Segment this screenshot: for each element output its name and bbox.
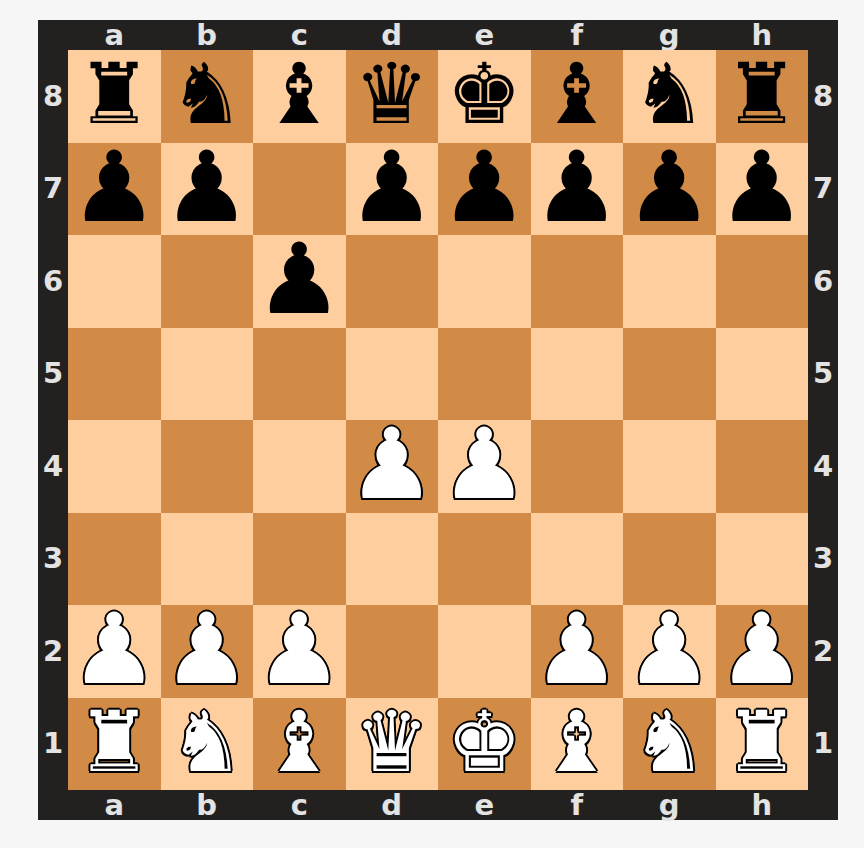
rank-label-1-right: 1 <box>808 698 838 791</box>
rank-label-2-left: 2 <box>38 605 68 698</box>
black-pawn[interactable]: ♟ <box>718 143 806 234</box>
square-e3[interactable] <box>438 513 531 606</box>
square-c1[interactable]: ♝ <box>253 698 346 791</box>
square-h5[interactable] <box>716 328 809 421</box>
chess-board: abcdefgh8♜♞♝♛♚♝♞♜87♟♟♟♟♟♟♟76♟6554♟♟4332♟… <box>38 20 838 820</box>
rank-label-3-left: 3 <box>38 513 68 606</box>
black-pawn[interactable]: ♟ <box>163 143 251 234</box>
black-knight[interactable]: ♞ <box>632 50 707 141</box>
square-g7[interactable]: ♟ <box>623 143 716 236</box>
file-label-a-top: a <box>68 20 161 50</box>
page-background: abcdefgh8♜♞♝♛♚♝♞♜87♟♟♟♟♟♟♟76♟6554♟♟4332♟… <box>0 0 864 848</box>
square-e6[interactable] <box>438 235 531 328</box>
white-knight[interactable]: ♞ <box>169 698 244 789</box>
square-b5[interactable] <box>161 328 254 421</box>
rank-label-8-left: 8 <box>38 50 68 143</box>
white-bishop[interactable]: ♝ <box>262 698 337 789</box>
file-label-d-top: d <box>346 20 439 50</box>
rank-label-7-right: 7 <box>808 143 838 236</box>
file-label-e-top: e <box>438 20 531 50</box>
black-bishop[interactable]: ♝ <box>539 50 614 141</box>
white-pawn[interactable]: ♟ <box>348 420 436 511</box>
file-label-c-top: c <box>253 20 346 50</box>
rank-label-6-left: 6 <box>38 235 68 328</box>
file-label-h-top: h <box>716 20 809 50</box>
white-bishop[interactable]: ♝ <box>539 698 614 789</box>
square-e4[interactable]: ♟ <box>438 420 531 513</box>
square-b6[interactable] <box>161 235 254 328</box>
square-e2[interactable] <box>438 605 531 698</box>
rank-label-7-left: 7 <box>38 143 68 236</box>
rank-label-4-right: 4 <box>808 420 838 513</box>
square-a5[interactable] <box>68 328 161 421</box>
square-h8[interactable]: ♜ <box>716 50 809 143</box>
square-d2[interactable] <box>346 605 439 698</box>
black-pawn[interactable]: ♟ <box>533 143 621 234</box>
square-d5[interactable] <box>346 328 439 421</box>
rank-label-1-left: 1 <box>38 698 68 791</box>
board-corner <box>38 790 68 820</box>
black-bishop[interactable]: ♝ <box>262 50 337 141</box>
white-pawn[interactable]: ♟ <box>440 420 528 511</box>
white-pawn[interactable]: ♟ <box>163 605 251 696</box>
black-pawn[interactable]: ♟ <box>440 143 528 234</box>
square-c8[interactable]: ♝ <box>253 50 346 143</box>
black-queen[interactable]: ♛ <box>354 50 429 141</box>
black-rook[interactable]: ♜ <box>77 50 152 141</box>
rank-label-3-right: 3 <box>808 513 838 606</box>
square-d7[interactable]: ♟ <box>346 143 439 236</box>
white-pawn[interactable]: ♟ <box>533 605 621 696</box>
black-pawn[interactable]: ♟ <box>625 143 713 234</box>
square-c2[interactable]: ♟ <box>253 605 346 698</box>
file-label-b-top: b <box>161 20 254 50</box>
black-pawn[interactable]: ♟ <box>70 143 158 234</box>
square-d4[interactable]: ♟ <box>346 420 439 513</box>
square-h2[interactable]: ♟ <box>716 605 809 698</box>
white-queen[interactable]: ♛ <box>354 698 429 789</box>
white-pawn[interactable]: ♟ <box>255 605 343 696</box>
square-c3[interactable] <box>253 513 346 606</box>
square-a8[interactable]: ♜ <box>68 50 161 143</box>
file-label-d-bottom: d <box>346 790 439 820</box>
square-f1[interactable]: ♝ <box>531 698 624 791</box>
square-c7[interactable] <box>253 143 346 236</box>
rank-label-4-left: 4 <box>38 420 68 513</box>
square-f8[interactable]: ♝ <box>531 50 624 143</box>
square-e1[interactable]: ♚ <box>438 698 531 791</box>
square-c6[interactable]: ♟ <box>253 235 346 328</box>
white-king[interactable]: ♚ <box>447 698 522 789</box>
square-a6[interactable] <box>68 235 161 328</box>
black-pawn[interactable]: ♟ <box>348 143 436 234</box>
square-a4[interactable] <box>68 420 161 513</box>
square-a3[interactable] <box>68 513 161 606</box>
rank-label-6-right: 6 <box>808 235 838 328</box>
square-h1[interactable]: ♜ <box>716 698 809 791</box>
black-pawn[interactable]: ♟ <box>255 235 343 326</box>
square-g8[interactable]: ♞ <box>623 50 716 143</box>
file-label-f-top: f <box>531 20 624 50</box>
square-e8[interactable]: ♚ <box>438 50 531 143</box>
board-corner <box>808 790 838 820</box>
square-f6[interactable] <box>531 235 624 328</box>
square-d3[interactable] <box>346 513 439 606</box>
file-label-a-bottom: a <box>68 790 161 820</box>
square-b8[interactable]: ♞ <box>161 50 254 143</box>
board-corner <box>808 20 838 50</box>
file-label-c-bottom: c <box>253 790 346 820</box>
file-label-g-bottom: g <box>623 790 716 820</box>
rank-label-5-left: 5 <box>38 328 68 421</box>
square-g5[interactable] <box>623 328 716 421</box>
square-f4[interactable] <box>531 420 624 513</box>
square-g6[interactable] <box>623 235 716 328</box>
black-knight[interactable]: ♞ <box>169 50 244 141</box>
square-b3[interactable] <box>161 513 254 606</box>
square-e5[interactable] <box>438 328 531 421</box>
square-b4[interactable] <box>161 420 254 513</box>
black-rook[interactable]: ♜ <box>724 50 799 141</box>
rank-label-5-right: 5 <box>808 328 838 421</box>
file-label-e-bottom: e <box>438 790 531 820</box>
white-pawn[interactable]: ♟ <box>70 605 158 696</box>
square-c4[interactable] <box>253 420 346 513</box>
white-pawn[interactable]: ♟ <box>718 605 806 696</box>
square-f5[interactable] <box>531 328 624 421</box>
square-b2[interactable]: ♟ <box>161 605 254 698</box>
file-label-b-bottom: b <box>161 790 254 820</box>
square-h7[interactable]: ♟ <box>716 143 809 236</box>
square-c5[interactable] <box>253 328 346 421</box>
square-h6[interactable] <box>716 235 809 328</box>
rank-label-8-right: 8 <box>808 50 838 143</box>
square-f2[interactable]: ♟ <box>531 605 624 698</box>
black-king[interactable]: ♚ <box>447 50 522 141</box>
file-label-h-bottom: h <box>716 790 809 820</box>
square-e7[interactable]: ♟ <box>438 143 531 236</box>
rank-label-2-right: 2 <box>808 605 838 698</box>
square-a1[interactable]: ♜ <box>68 698 161 791</box>
square-f3[interactable] <box>531 513 624 606</box>
square-g2[interactable]: ♟ <box>623 605 716 698</box>
square-g3[interactable] <box>623 513 716 606</box>
square-h3[interactable] <box>716 513 809 606</box>
square-a2[interactable]: ♟ <box>68 605 161 698</box>
white-pawn[interactable]: ♟ <box>625 605 713 696</box>
square-g1[interactable]: ♞ <box>623 698 716 791</box>
file-label-g-top: g <box>623 20 716 50</box>
square-d1[interactable]: ♛ <box>346 698 439 791</box>
white-rook[interactable]: ♜ <box>77 698 152 789</box>
white-rook[interactable]: ♜ <box>724 698 799 789</box>
board-corner <box>38 20 68 50</box>
white-knight[interactable]: ♞ <box>632 698 707 789</box>
square-h4[interactable] <box>716 420 809 513</box>
square-a7[interactable]: ♟ <box>68 143 161 236</box>
square-f7[interactable]: ♟ <box>531 143 624 236</box>
square-g4[interactable] <box>623 420 716 513</box>
square-d8[interactable]: ♛ <box>346 50 439 143</box>
file-label-f-bottom: f <box>531 790 624 820</box>
square-b1[interactable]: ♞ <box>161 698 254 791</box>
square-b7[interactable]: ♟ <box>161 143 254 236</box>
square-d6[interactable] <box>346 235 439 328</box>
